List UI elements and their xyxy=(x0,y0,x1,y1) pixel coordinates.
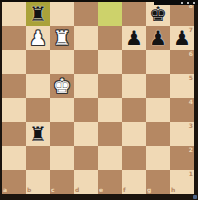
square-f1[interactable]: f xyxy=(122,170,146,194)
square-e2[interactable] xyxy=(98,146,122,170)
coord-rank-6: 6 xyxy=(189,51,193,57)
square-b3[interactable]: ♜ xyxy=(26,122,50,146)
coord-file-b: b xyxy=(27,187,31,193)
square-a1[interactable]: a xyxy=(2,170,26,194)
scrollbar-corner-artifact xyxy=(193,195,197,199)
square-f7[interactable]: ♟ xyxy=(122,26,146,50)
square-b5[interactable] xyxy=(26,74,50,98)
piece-white-king[interactable]: ♚ xyxy=(50,74,74,98)
coord-rank-3: 3 xyxy=(189,123,193,129)
square-b6[interactable] xyxy=(26,50,50,74)
square-b2[interactable] xyxy=(26,146,50,170)
square-b4[interactable] xyxy=(26,98,50,122)
coord-file-c: c xyxy=(51,187,55,193)
status-icon xyxy=(187,2,189,4)
square-e5[interactable] xyxy=(98,74,122,98)
square-a8[interactable] xyxy=(2,2,26,26)
square-c4[interactable] xyxy=(50,98,74,122)
square-d8[interactable] xyxy=(74,2,98,26)
square-h5[interactable]: 5 xyxy=(170,74,194,98)
square-d2[interactable] xyxy=(74,146,98,170)
square-a2[interactable] xyxy=(2,146,26,170)
square-g4[interactable] xyxy=(146,98,170,122)
square-h6[interactable]: 6 xyxy=(170,50,194,74)
status-icon xyxy=(181,2,183,4)
square-f2[interactable] xyxy=(122,146,146,170)
square-e7[interactable] xyxy=(98,26,122,50)
coord-rank-2: 2 xyxy=(189,147,193,153)
square-a3[interactable] xyxy=(2,122,26,146)
square-b8[interactable]: ♜ xyxy=(26,2,50,26)
coord-file-h: h xyxy=(171,187,175,193)
piece-black-pawn[interactable]: ♟ xyxy=(146,26,170,50)
square-b7[interactable]: ♟ xyxy=(26,26,50,50)
square-c8[interactable] xyxy=(50,2,74,26)
square-f5[interactable] xyxy=(122,74,146,98)
square-a6[interactable] xyxy=(2,50,26,74)
square-d4[interactable] xyxy=(74,98,98,122)
coord-rank-4: 4 xyxy=(189,99,193,105)
square-g1[interactable]: g xyxy=(146,170,170,194)
square-a5[interactable] xyxy=(2,74,26,98)
square-g2[interactable] xyxy=(146,146,170,170)
square-e1[interactable]: e xyxy=(98,170,122,194)
square-g3[interactable] xyxy=(146,122,170,146)
square-d7[interactable] xyxy=(74,26,98,50)
square-e6[interactable] xyxy=(98,50,122,74)
square-c2[interactable] xyxy=(50,146,74,170)
square-e4[interactable] xyxy=(98,98,122,122)
square-h1[interactable]: 1h xyxy=(170,170,194,194)
square-e8[interactable] xyxy=(98,2,122,26)
coord-file-g: g xyxy=(147,187,151,193)
square-g6[interactable] xyxy=(146,50,170,74)
coord-rank-1: 1 xyxy=(189,171,193,177)
square-f8[interactable] xyxy=(122,2,146,26)
coord-file-f: f xyxy=(123,187,126,193)
square-a7[interactable] xyxy=(2,26,26,50)
square-e3[interactable] xyxy=(98,122,122,146)
coord-file-e: e xyxy=(99,187,103,193)
chess-board: ♜♚8♟♜♟♟7♟6♚54♜32abcdefg1h xyxy=(2,2,194,194)
piece-black-rook[interactable]: ♜ xyxy=(26,2,50,26)
square-f4[interactable] xyxy=(122,98,146,122)
square-d3[interactable] xyxy=(74,122,98,146)
piece-white-pawn[interactable]: ♟ xyxy=(26,26,50,50)
piece-black-pawn[interactable]: ♟ xyxy=(122,26,146,50)
square-a4[interactable] xyxy=(2,98,26,122)
square-g8[interactable]: ♚ xyxy=(146,2,170,26)
square-h2[interactable]: 2 xyxy=(170,146,194,170)
square-h4[interactable]: 4 xyxy=(170,98,194,122)
square-h3[interactable]: 3 xyxy=(170,122,194,146)
coord-rank-5: 5 xyxy=(189,75,193,81)
square-c3[interactable] xyxy=(50,122,74,146)
square-c7[interactable]: ♜ xyxy=(50,26,74,50)
square-d1[interactable]: d xyxy=(74,170,98,194)
square-d6[interactable] xyxy=(74,50,98,74)
square-g5[interactable] xyxy=(146,74,170,98)
square-c1[interactable]: c xyxy=(50,170,74,194)
piece-black-pawn[interactable]: ♟ xyxy=(170,26,194,50)
browser-chrome-fragment xyxy=(154,0,198,5)
coord-file-d: d xyxy=(75,187,79,193)
square-d5[interactable] xyxy=(74,74,98,98)
coord-file-a: a xyxy=(3,187,7,193)
square-f3[interactable] xyxy=(122,122,146,146)
piece-black-king[interactable]: ♚ xyxy=(146,2,170,26)
square-b1[interactable]: b xyxy=(26,170,50,194)
piece-white-rook[interactable]: ♜ xyxy=(50,26,74,50)
square-c5[interactable]: ♚ xyxy=(50,74,74,98)
status-icon xyxy=(193,2,195,4)
square-h8[interactable]: 8 xyxy=(170,2,194,26)
square-h7[interactable]: 7♟ xyxy=(170,26,194,50)
square-f6[interactable] xyxy=(122,50,146,74)
square-c6[interactable] xyxy=(50,50,74,74)
piece-black-rook[interactable]: ♜ xyxy=(26,122,50,146)
square-g7[interactable]: ♟ xyxy=(146,26,170,50)
